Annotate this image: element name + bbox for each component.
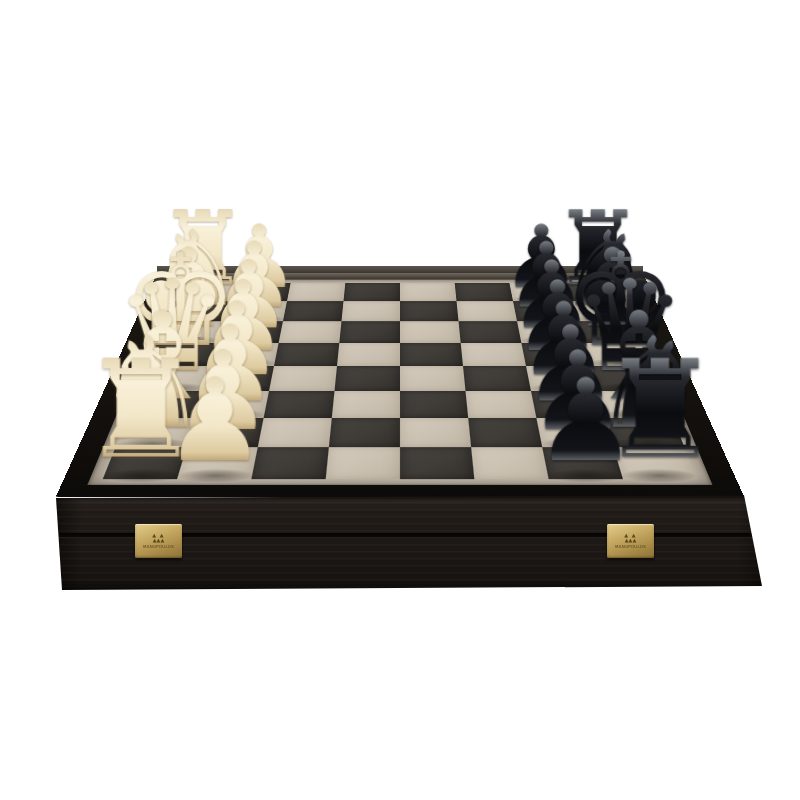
square-g4[interactable]: [341, 301, 400, 321]
piece-glyph: ♜: [58, 342, 223, 477]
square-a4[interactable]: [326, 447, 400, 479]
clasp-right[interactable]: MANOPOULOS: [607, 524, 654, 558]
square-h5[interactable]: [400, 283, 457, 302]
square-f5[interactable]: [400, 321, 461, 342]
square-g5[interactable]: [400, 301, 459, 321]
square-b4[interactable]: [329, 418, 400, 447]
square-c5[interactable]: [400, 391, 468, 418]
clasp-left[interactable]: MANOPOULOS: [135, 524, 182, 558]
manopoulos-triangles-logo-icon: [624, 533, 636, 543]
square-a5[interactable]: [400, 447, 474, 479]
scene: ♜♟♟♜♞♟♟♞♝♟♟♝♚♟♟♚♛♟♟♛♝♟♟♝♞♟♟♞♜♟♟♜ MANOPOU…: [0, 0, 800, 800]
square-e5[interactable]: [400, 343, 463, 366]
square-b5[interactable]: [400, 418, 471, 447]
clasp-brand-text: MANOPOULOS: [615, 544, 646, 550]
box-front: MANOPOULOS MANOPOULOS: [54, 495, 766, 590]
square-d4[interactable]: [335, 366, 400, 391]
clasp-brand-text: MANOPOULOS: [143, 544, 174, 550]
piece-glyph: ♟: [503, 363, 668, 477]
square-c4[interactable]: [332, 391, 400, 418]
chess-board: ♜♟♟♜♞♟♟♞♝♟♟♝♚♟♟♚♛♟♟♛♝♟♟♝♞♟♟♞♜♟♟♜: [56, 273, 745, 497]
square-e4[interactable]: [337, 343, 400, 366]
square-d5[interactable]: [400, 366, 465, 391]
chess-set-product-photo: ♜♟♟♜♞♟♟♞♝♟♟♝♚♟♟♚♛♟♟♛♝♟♟♝♞♟♟♞♜♟♟♜ MANOPOU…: [0, 0, 800, 800]
box-bottom-shade: [54, 580, 766, 590]
square-h4[interactable]: [343, 283, 400, 302]
manopoulos-triangles-logo-icon: [152, 533, 164, 543]
square-f4[interactable]: [339, 321, 400, 342]
